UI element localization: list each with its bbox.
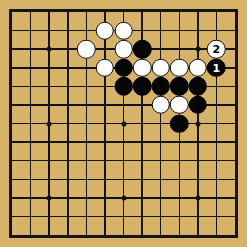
star-point (47, 121, 52, 126)
move-1-stone: 1 (207, 59, 226, 78)
white-stone (170, 59, 189, 78)
white-stone (114, 40, 133, 59)
white-stone (151, 59, 170, 78)
black-stone (151, 77, 170, 96)
star-point (195, 121, 200, 126)
white-stone (96, 21, 115, 40)
black-stone (114, 77, 133, 96)
black-stone (133, 77, 152, 96)
star-point (121, 121, 126, 126)
black-stone (170, 77, 189, 96)
grid-line-horizontal (12, 179, 235, 181)
black-stone (133, 40, 152, 59)
go-diagram: 21 (0, 0, 247, 247)
white-stone (77, 40, 96, 59)
go-board: 21 (9, 9, 238, 238)
star-point (47, 195, 52, 200)
star-point (195, 47, 200, 52)
move-2-stone: 2 (207, 40, 226, 59)
white-stone (170, 96, 189, 115)
grid-line-horizontal (12, 141, 235, 143)
move-number-label: 2 (213, 44, 221, 55)
white-stone (189, 59, 208, 78)
black-stone (114, 59, 133, 78)
move-number-label: 1 (213, 62, 221, 73)
grid-line-horizontal (12, 160, 235, 162)
black-stone (189, 96, 208, 115)
white-stone (114, 21, 133, 40)
star-point (195, 195, 200, 200)
grid-line-horizontal (12, 216, 235, 218)
white-stone (151, 96, 170, 115)
black-stone (170, 114, 189, 133)
white-stone (96, 59, 115, 78)
black-stone (189, 77, 208, 96)
grid-line-vertical (160, 12, 162, 235)
star-point (47, 47, 52, 52)
white-stone (133, 59, 152, 78)
star-point (121, 195, 126, 200)
